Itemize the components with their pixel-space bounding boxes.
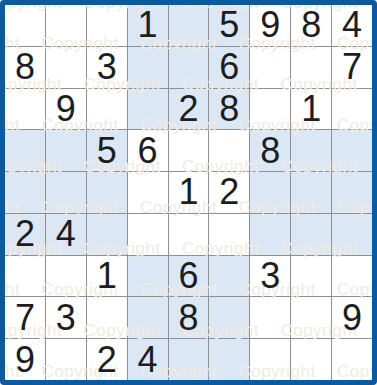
cell-r2c7[interactable] xyxy=(250,47,290,88)
given-digit: 1 xyxy=(178,174,198,210)
cell-r4c9[interactable] xyxy=(332,130,372,171)
given-digit: 2 xyxy=(219,174,239,210)
cell-r9c1[interactable]: 9 xyxy=(5,339,45,380)
cell-r4c4[interactable]: 6 xyxy=(128,130,168,171)
cell-r8c2[interactable]: 3 xyxy=(46,297,86,338)
cell-r7c8[interactable] xyxy=(291,256,331,297)
cell-r7c2[interactable] xyxy=(46,256,86,297)
cell-r8c8[interactable] xyxy=(291,297,331,338)
cell-r2c4[interactable] xyxy=(128,47,168,88)
cell-r3c6[interactable]: 8 xyxy=(209,89,249,130)
cell-r1c7[interactable]: 9 xyxy=(250,5,290,46)
given-digit: 2 xyxy=(178,91,198,127)
cell-r2c1[interactable]: 8 xyxy=(5,47,45,88)
cell-r5c1[interactable] xyxy=(5,172,45,213)
given-digit: 5 xyxy=(97,133,117,169)
cell-r8c6[interactable] xyxy=(209,297,249,338)
given-digit: 8 xyxy=(178,300,198,336)
cell-r5c6[interactable]: 2 xyxy=(209,172,249,213)
cell-r7c3[interactable]: 1 xyxy=(87,256,127,297)
cell-r3c8[interactable]: 1 xyxy=(291,89,331,130)
cell-r3c2[interactable]: 9 xyxy=(46,89,86,130)
cell-r1c3[interactable] xyxy=(87,5,127,46)
cell-r1c1[interactable] xyxy=(5,5,45,46)
cell-r9c2[interactable] xyxy=(46,339,86,380)
given-digit: 8 xyxy=(301,7,321,43)
cell-r1c2[interactable] xyxy=(46,5,86,46)
cell-r6c5[interactable] xyxy=(169,214,209,255)
cell-r6c1[interactable]: 2 xyxy=(5,214,45,255)
given-digit: 3 xyxy=(56,300,76,336)
given-digit: 6 xyxy=(178,258,198,294)
given-digit: 1 xyxy=(97,258,117,294)
given-digit: 1 xyxy=(301,91,321,127)
given-digit: 8 xyxy=(15,49,35,85)
cell-r9c4[interactable]: 4 xyxy=(128,339,168,380)
cell-r6c8[interactable] xyxy=(291,214,331,255)
given-digit: 9 xyxy=(15,342,35,378)
given-digit: 5 xyxy=(219,7,239,43)
cell-r5c9[interactable] xyxy=(332,172,372,213)
cell-r7c5[interactable]: 6 xyxy=(169,256,209,297)
cell-r3c1[interactable] xyxy=(5,89,45,130)
cell-r4c3[interactable]: 5 xyxy=(87,130,127,171)
cell-r6c3[interactable] xyxy=(87,214,127,255)
given-digit: 4 xyxy=(56,216,76,252)
cell-r6c6[interactable] xyxy=(209,214,249,255)
cell-r8c4[interactable] xyxy=(128,297,168,338)
cell-r6c7[interactable] xyxy=(250,214,290,255)
cell-r9c9[interactable] xyxy=(332,339,372,380)
cell-r8c3[interactable] xyxy=(87,297,127,338)
given-digit: 9 xyxy=(56,91,76,127)
sudoku-grid: 159848367928156812241637389924 xyxy=(5,5,372,380)
cell-r1c5[interactable] xyxy=(169,5,209,46)
cell-r4c5[interactable] xyxy=(169,130,209,171)
cell-r5c7[interactable] xyxy=(250,172,290,213)
cell-r9c3[interactable]: 2 xyxy=(87,339,127,380)
cell-r3c5[interactable]: 2 xyxy=(169,89,209,130)
cell-r5c2[interactable] xyxy=(46,172,86,213)
sudoku-board: 159848367928156812241637389924 Copyright… xyxy=(0,0,377,385)
given-digit: 9 xyxy=(342,300,362,336)
cell-r9c7[interactable] xyxy=(250,339,290,380)
cell-r6c2[interactable]: 4 xyxy=(46,214,86,255)
cell-r8c7[interactable] xyxy=(250,297,290,338)
cell-r7c7[interactable]: 3 xyxy=(250,256,290,297)
given-digit: 7 xyxy=(15,300,35,336)
cell-r7c6[interactable] xyxy=(209,256,249,297)
cell-r3c4[interactable] xyxy=(128,89,168,130)
given-digit: 8 xyxy=(260,133,280,169)
cell-r2c5[interactable] xyxy=(169,47,209,88)
cell-r4c8[interactable] xyxy=(291,130,331,171)
cell-r2c3[interactable]: 3 xyxy=(87,47,127,88)
cell-r4c7[interactable]: 8 xyxy=(250,130,290,171)
cell-r4c1[interactable] xyxy=(5,130,45,171)
cell-r4c2[interactable] xyxy=(46,130,86,171)
cell-r7c4[interactable] xyxy=(128,256,168,297)
cell-r9c5[interactable] xyxy=(169,339,209,380)
cell-r9c8[interactable] xyxy=(291,339,331,380)
cell-r3c9[interactable] xyxy=(332,89,372,130)
cell-r8c9[interactable]: 9 xyxy=(332,297,372,338)
cell-r8c5[interactable]: 8 xyxy=(169,297,209,338)
cell-r2c8[interactable] xyxy=(291,47,331,88)
cell-r5c8[interactable] xyxy=(291,172,331,213)
cell-r1c9[interactable]: 4 xyxy=(332,5,372,46)
given-digit: 6 xyxy=(138,133,158,169)
cell-r3c7[interactable] xyxy=(250,89,290,130)
given-digit: 3 xyxy=(260,258,280,294)
cell-r2c2[interactable] xyxy=(46,47,86,88)
cell-r3c3[interactable] xyxy=(87,89,127,130)
cell-r1c6[interactable]: 5 xyxy=(209,5,249,46)
cell-r7c1[interactable] xyxy=(5,256,45,297)
cell-r5c3[interactable] xyxy=(87,172,127,213)
cell-r6c4[interactable] xyxy=(128,214,168,255)
given-digit: 2 xyxy=(97,342,117,378)
given-digit: 4 xyxy=(342,7,362,43)
given-digit: 4 xyxy=(138,342,158,378)
cell-r9c6[interactable] xyxy=(209,339,249,380)
cell-r2c9[interactable]: 7 xyxy=(332,47,372,88)
cell-r1c4[interactable]: 1 xyxy=(128,5,168,46)
cell-r8c1[interactable]: 7 xyxy=(5,297,45,338)
given-digit: 9 xyxy=(260,7,280,43)
cell-r1c8[interactable]: 8 xyxy=(291,5,331,46)
cell-r4c6[interactable] xyxy=(209,130,249,171)
given-digit: 6 xyxy=(219,49,239,85)
cell-r6c9[interactable] xyxy=(332,214,372,255)
given-digit: 3 xyxy=(97,49,117,85)
given-digit: 7 xyxy=(342,49,362,85)
cell-r2c6[interactable]: 6 xyxy=(209,47,249,88)
cell-r5c4[interactable] xyxy=(128,172,168,213)
given-digit: 2 xyxy=(15,216,35,252)
cell-r7c9[interactable] xyxy=(332,256,372,297)
given-digit: 8 xyxy=(219,91,239,127)
cell-r5c5[interactable]: 1 xyxy=(169,172,209,213)
given-digit: 1 xyxy=(138,7,158,43)
